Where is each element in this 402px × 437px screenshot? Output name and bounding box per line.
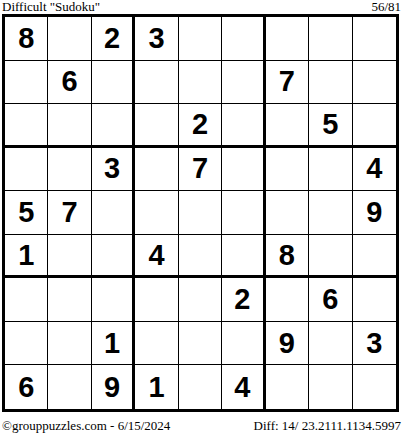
cell-r1c9[interactable]	[353, 17, 396, 61]
cell-r2c4[interactable]	[135, 61, 178, 105]
cell-r5c1[interactable]: 5	[5, 191, 48, 235]
cell-r9c9[interactable]	[353, 365, 396, 409]
cell-r5c8[interactable]	[309, 191, 352, 235]
cell-r4c2[interactable]	[48, 148, 91, 192]
cell-r8c1[interactable]	[5, 322, 48, 366]
cell-r6c9[interactable]	[353, 235, 396, 279]
copyright-text: ©grouppuzzles.com - 6/15/2024	[2, 419, 170, 433]
puzzle-title: Difficult "Sudoku"	[2, 0, 100, 13]
cell-r7c5[interactable]	[179, 278, 222, 322]
header: Difficult "Sudoku" 56/81	[2, 0, 401, 13]
cell-r8c5[interactable]	[179, 322, 222, 366]
cell-r5c5[interactable]	[179, 191, 222, 235]
cell-r3c9[interactable]	[353, 104, 396, 148]
cell-r2c8[interactable]	[309, 61, 352, 105]
cell-r8c7[interactable]: 9	[266, 322, 309, 366]
cell-r3c5[interactable]: 2	[179, 104, 222, 148]
cell-r7c8[interactable]: 6	[309, 278, 352, 322]
cell-r1c1[interactable]: 8	[5, 17, 48, 61]
cell-r9c8[interactable]	[309, 365, 352, 409]
cell-r3c6[interactable]	[222, 104, 265, 148]
cell-r9c2[interactable]	[48, 365, 91, 409]
cell-r2c2[interactable]: 6	[48, 61, 91, 105]
cell-r7c2[interactable]	[48, 278, 91, 322]
cell-r2c7[interactable]: 7	[266, 61, 309, 105]
cell-r4c9[interactable]: 4	[353, 148, 396, 192]
cell-r8c4[interactable]	[135, 322, 178, 366]
cell-r9c6[interactable]: 4	[222, 365, 265, 409]
cell-r1c3[interactable]: 2	[92, 17, 135, 61]
footer: ©grouppuzzles.com - 6/15/2024 Diff: 14/ …	[2, 419, 401, 433]
cell-r7c3[interactable]	[92, 278, 135, 322]
cell-r4c6[interactable]	[222, 148, 265, 192]
cell-r8c6[interactable]	[222, 322, 265, 366]
cell-r6c2[interactable]	[48, 235, 91, 279]
cell-r6c7[interactable]: 8	[266, 235, 309, 279]
cell-r7c6[interactable]: 2	[222, 278, 265, 322]
cell-r4c5[interactable]: 7	[179, 148, 222, 192]
cell-r3c4[interactable]	[135, 104, 178, 148]
cell-r1c4[interactable]: 3	[135, 17, 178, 61]
cell-r9c7[interactable]	[266, 365, 309, 409]
cell-r5c7[interactable]	[266, 191, 309, 235]
cell-r4c3[interactable]: 3	[92, 148, 135, 192]
cell-r3c7[interactable]	[266, 104, 309, 148]
cell-r9c1[interactable]: 6	[5, 365, 48, 409]
cell-r5c9[interactable]: 9	[353, 191, 396, 235]
cell-r1c7[interactable]	[266, 17, 309, 61]
cell-r4c7[interactable]	[266, 148, 309, 192]
cell-r8c9[interactable]: 3	[353, 322, 396, 366]
cell-r1c6[interactable]	[222, 17, 265, 61]
cell-r6c4[interactable]: 4	[135, 235, 178, 279]
cell-r3c2[interactable]	[48, 104, 91, 148]
cell-r2c5[interactable]	[179, 61, 222, 105]
cell-r9c5[interactable]	[179, 365, 222, 409]
cell-r1c2[interactable]	[48, 17, 91, 61]
cell-r5c6[interactable]	[222, 191, 265, 235]
cell-r3c3[interactable]	[92, 104, 135, 148]
cell-r5c3[interactable]	[92, 191, 135, 235]
cell-r7c4[interactable]	[135, 278, 178, 322]
cell-r4c8[interactable]	[309, 148, 352, 192]
sudoku-grid: 8236725374579148261936914	[2, 14, 399, 412]
cell-r5c2[interactable]: 7	[48, 191, 91, 235]
cell-r1c8[interactable]	[309, 17, 352, 61]
cell-r9c4[interactable]: 1	[135, 365, 178, 409]
cell-r8c8[interactable]	[309, 322, 352, 366]
cell-r4c4[interactable]	[135, 148, 178, 192]
cell-r3c8[interactable]: 5	[309, 104, 352, 148]
cell-r9c3[interactable]: 9	[92, 365, 135, 409]
cell-r6c8[interactable]	[309, 235, 352, 279]
cell-r7c1[interactable]	[5, 278, 48, 322]
cell-r6c6[interactable]	[222, 235, 265, 279]
cell-r8c3[interactable]: 1	[92, 322, 135, 366]
cell-r7c9[interactable]	[353, 278, 396, 322]
cell-r2c6[interactable]	[222, 61, 265, 105]
difficulty-text: Diff: 14/ 23.2111.1134.5997	[254, 419, 401, 433]
cell-r7c7[interactable]	[266, 278, 309, 322]
cell-r6c3[interactable]	[92, 235, 135, 279]
cell-r6c1[interactable]: 1	[5, 235, 48, 279]
cell-r4c1[interactable]	[5, 148, 48, 192]
cell-r8c2[interactable]	[48, 322, 91, 366]
cell-r2c1[interactable]	[5, 61, 48, 105]
cell-r2c3[interactable]	[92, 61, 135, 105]
cell-r1c5[interactable]	[179, 17, 222, 61]
empty-cell-counter: 56/81	[371, 0, 401, 13]
cell-r6c5[interactable]	[179, 235, 222, 279]
cell-r2c9[interactable]	[353, 61, 396, 105]
cell-r3c1[interactable]	[5, 104, 48, 148]
sudoku-page: Difficult "Sudoku" 56/81 823672537457914…	[0, 0, 402, 437]
cell-r5c4[interactable]	[135, 191, 178, 235]
